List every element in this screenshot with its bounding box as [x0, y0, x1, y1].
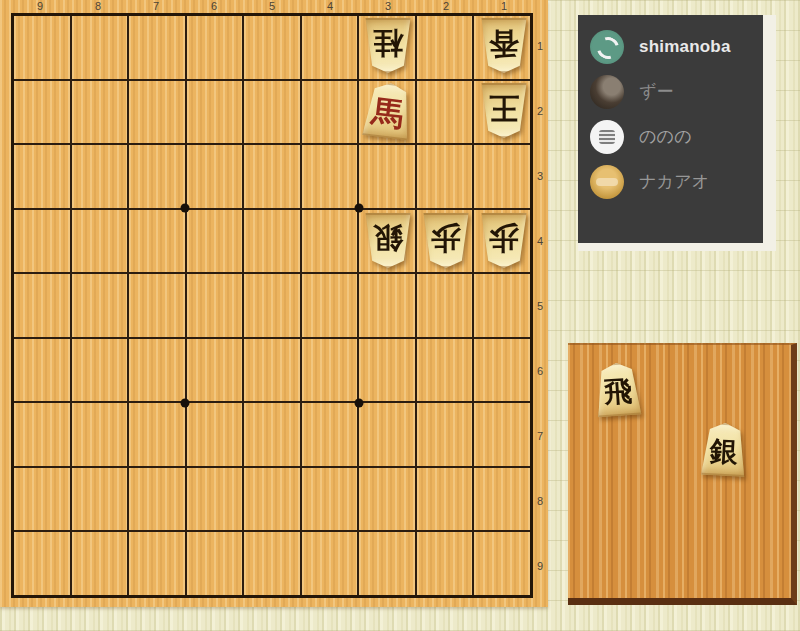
board-cell[interactable] — [187, 339, 243, 402]
board-cell[interactable] — [417, 81, 473, 144]
board-cell[interactable] — [129, 16, 185, 79]
board-cell[interactable] — [14, 339, 70, 402]
piece-sente-horse-32[interactable]: 馬 — [364, 83, 412, 138]
user-row-nakaao[interactable]: ナカアオ — [590, 159, 763, 204]
board-cell[interactable] — [72, 145, 128, 208]
board-cell[interactable] — [474, 403, 530, 466]
file-label-8: 8 — [69, 0, 127, 13]
board-cell[interactable] — [72, 274, 128, 337]
user-row-zuu[interactable]: ずー — [590, 69, 763, 114]
piece-gote-knight-31[interactable]: 桂 — [364, 18, 412, 73]
board-cell[interactable] — [72, 403, 128, 466]
board-cell[interactable] — [129, 403, 185, 466]
piece-glyph: 飛 — [603, 372, 633, 407]
board-cell[interactable] — [474, 274, 530, 337]
board-cell[interactable] — [244, 210, 300, 273]
rank-label-9: 9 — [533, 533, 547, 598]
board-cell[interactable] — [187, 81, 243, 144]
users-panel: shimanoba ずー ののの ナカアオ — [578, 15, 776, 251]
board-grid — [11, 13, 533, 598]
board-cell[interactable] — [302, 532, 358, 595]
hand-piece-rook[interactable]: 飛 — [595, 363, 641, 416]
board-cell[interactable] — [72, 339, 128, 402]
board-cell[interactable] — [474, 145, 530, 208]
board-cell[interactable] — [474, 532, 530, 595]
board-cell[interactable] — [474, 468, 530, 531]
board-cell[interactable] — [14, 81, 70, 144]
rank-label-6: 6 — [533, 338, 547, 403]
board-cell[interactable] — [302, 16, 358, 79]
piece-gote-pawn-24[interactable]: 歩 — [422, 213, 470, 268]
board-cell[interactable] — [302, 339, 358, 402]
piece-glyph: 銀 — [709, 432, 739, 466]
board-cell[interactable] — [187, 210, 243, 273]
piece-gote-lance-11[interactable]: 香 — [480, 18, 528, 73]
board-cell[interactable] — [244, 532, 300, 595]
board-cell[interactable] — [72, 468, 128, 531]
user-row-nonono[interactable]: ののの — [590, 114, 763, 159]
board-cell[interactable] — [359, 468, 415, 531]
user-name: shimanoba — [639, 37, 731, 57]
piece-glyph: 王 — [489, 93, 519, 128]
board-cell[interactable] — [187, 403, 243, 466]
board-cell[interactable] — [14, 468, 70, 531]
board-cell[interactable] — [129, 274, 185, 337]
rank-label-1: 1 — [533, 13, 547, 78]
file-label-3: 3 — [359, 0, 417, 13]
board-cell[interactable] — [417, 532, 473, 595]
board-cell[interactable] — [129, 81, 185, 144]
piece-gote-silver-34[interactable]: 銀 — [364, 213, 412, 268]
board-cell[interactable] — [187, 532, 243, 595]
avatar-shimanoba — [590, 30, 624, 64]
board-cell[interactable] — [14, 145, 70, 208]
board-cell[interactable] — [474, 339, 530, 402]
board-cell[interactable] — [359, 532, 415, 595]
board-cell[interactable] — [359, 403, 415, 466]
user-name: ののの — [639, 125, 692, 148]
board-cell[interactable] — [187, 16, 243, 79]
board-cell[interactable] — [359, 339, 415, 402]
board-cell[interactable] — [302, 210, 358, 273]
user-row-shimanoba[interactable]: shimanoba — [590, 24, 763, 69]
rank-label-8: 8 — [533, 468, 547, 533]
board-cell[interactable] — [417, 16, 473, 79]
piece-glyph: 桂 — [373, 28, 403, 63]
board-cell[interactable] — [302, 468, 358, 531]
board-cell[interactable] — [72, 16, 128, 79]
board-cell[interactable] — [244, 16, 300, 79]
board-cell[interactable] — [14, 532, 70, 595]
board-cell[interactable] — [14, 16, 70, 79]
board-cell[interactable] — [72, 210, 128, 273]
file-label-4: 4 — [301, 0, 359, 13]
board-cell[interactable] — [187, 468, 243, 531]
rank-label-3: 3 — [533, 143, 547, 208]
board-cell[interactable] — [129, 210, 185, 273]
piece-glyph: 馬 — [370, 90, 406, 131]
piece-glyph: 香 — [489, 28, 519, 63]
board-cell[interactable] — [129, 145, 185, 208]
file-label-2: 2 — [417, 0, 475, 13]
board-cell[interactable] — [417, 403, 473, 466]
board-cell[interactable] — [417, 274, 473, 337]
star-point — [355, 204, 364, 213]
rank-label-2: 2 — [533, 78, 547, 143]
file-label-9: 9 — [11, 0, 69, 13]
board-cell[interactable] — [14, 210, 70, 273]
board-cell[interactable] — [14, 403, 70, 466]
komadai-piece-stand: 飛 銀 — [568, 343, 797, 605]
board-cell[interactable] — [244, 468, 300, 531]
board-cell[interactable] — [359, 274, 415, 337]
hand-piece-silver[interactable]: 銀 — [701, 423, 747, 476]
board-cell[interactable] — [129, 532, 185, 595]
board-cell[interactable] — [244, 274, 300, 337]
board-cell[interactable] — [187, 145, 243, 208]
rank-label-4: 4 — [533, 208, 547, 273]
board-cell[interactable] — [302, 403, 358, 466]
star-point — [181, 399, 190, 408]
avatar-nonono — [590, 120, 624, 154]
piece-gote-king-12[interactable]: 王 — [480, 83, 528, 138]
board-cell[interactable] — [244, 339, 300, 402]
board-cell[interactable] — [129, 468, 185, 531]
board-cell[interactable] — [187, 274, 243, 337]
rank-label-7: 7 — [533, 403, 547, 468]
avatar-nakaao — [590, 165, 624, 199]
board-cell[interactable] — [417, 468, 473, 531]
board-cell[interactable] — [302, 274, 358, 337]
file-label-7: 7 — [127, 0, 185, 13]
piece-glyph: 歩 — [489, 223, 519, 258]
board-cell[interactable] — [359, 145, 415, 208]
star-point — [355, 399, 364, 408]
board-cell[interactable] — [417, 145, 473, 208]
board-cell[interactable] — [244, 145, 300, 208]
file-label-6: 6 — [185, 0, 243, 13]
user-name: ナカアオ — [639, 170, 709, 193]
board-cell[interactable] — [14, 274, 70, 337]
shogi-board: 9 8 7 6 5 4 3 2 1 1 2 3 4 5 6 7 8 9 — [0, 0, 548, 607]
board-cell[interactable] — [129, 339, 185, 402]
board-cell[interactable] — [302, 81, 358, 144]
file-label-1: 1 — [475, 0, 533, 13]
user-name: ずー — [639, 80, 674, 103]
stage: 9 8 7 6 5 4 3 2 1 1 2 3 4 5 6 7 8 9 桂 香 … — [0, 0, 800, 631]
piece-gote-pawn-14[interactable]: 歩 — [480, 213, 528, 268]
avatar-zuu — [590, 75, 624, 109]
rank-label-5: 5 — [533, 273, 547, 338]
star-point — [181, 204, 190, 213]
board-cell[interactable] — [302, 145, 358, 208]
board-cell[interactable] — [244, 81, 300, 144]
piece-glyph: 歩 — [431, 223, 461, 258]
board-cell[interactable] — [417, 339, 473, 402]
board-cell[interactable] — [72, 81, 128, 144]
board-cell[interactable] — [72, 532, 128, 595]
board-cell[interactable] — [244, 403, 300, 466]
file-label-5: 5 — [243, 0, 301, 13]
piece-glyph: 銀 — [373, 223, 403, 258]
